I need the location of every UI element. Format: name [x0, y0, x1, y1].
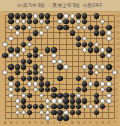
board-cell[interactable] [57, 98, 63, 104]
result-label: 白胜1/4子 [83, 3, 103, 8]
row-label: 4 [116, 99, 118, 103]
white-stone [106, 36, 111, 41]
black-stone [70, 98, 75, 103]
white-stone [51, 98, 56, 103]
white-stone [57, 59, 62, 64]
black-stone [27, 59, 32, 64]
white-stone [21, 47, 26, 52]
row-label: 10 [116, 65, 119, 69]
black-stone [8, 76, 13, 81]
board-cell[interactable] [106, 47, 112, 53]
black-stone [2, 53, 7, 58]
white-stone [82, 47, 87, 52]
black-stone [15, 81, 20, 86]
board-cell[interactable] [51, 98, 57, 104]
row-label: 8 [116, 76, 118, 80]
white-stone [8, 25, 13, 30]
board-cell[interactable] [57, 24, 63, 30]
black-stone [15, 13, 20, 18]
board-cell[interactable] [14, 47, 20, 53]
black-stone [88, 64, 93, 69]
white-stone [39, 64, 44, 69]
black-stone [94, 13, 99, 18]
row-label: 19 [116, 14, 119, 18]
black-stone [63, 25, 68, 30]
black-stone [100, 30, 105, 35]
board-cell[interactable] [8, 24, 14, 30]
white-stone [8, 93, 13, 98]
black-stone [57, 110, 62, 115]
board-cell[interactable] [63, 13, 69, 19]
board-cell[interactable] [51, 47, 57, 53]
board-cell[interactable] [26, 13, 32, 19]
board-cell[interactable] [75, 98, 81, 104]
player-separator: · [48, 3, 50, 8]
board-cell[interactable] [81, 13, 87, 19]
black-stone [63, 19, 68, 24]
board-cell[interactable] [106, 98, 112, 104]
white-stone [82, 25, 87, 30]
row-label: 5 [116, 93, 118, 97]
black-stone [106, 25, 111, 30]
row-label: 13 [116, 48, 119, 52]
black-stone [63, 98, 68, 103]
black-stone [70, 110, 75, 115]
black-stone [70, 30, 75, 35]
white-stone [88, 81, 93, 86]
row-label: 11 [116, 59, 119, 63]
black-stone [45, 13, 50, 18]
black-stone [57, 13, 62, 18]
board-cell[interactable] [106, 24, 112, 30]
black-stone [33, 47, 38, 52]
black-stone [21, 98, 26, 103]
white-stone [63, 13, 68, 18]
black-stone [94, 98, 99, 103]
white-player-label: 白:芮乃伟 9段 [17, 3, 45, 8]
black-stone [15, 25, 20, 30]
black-stone [21, 76, 26, 81]
black-stone [76, 76, 81, 81]
board-cell[interactable] [57, 13, 63, 19]
black-stone [33, 64, 38, 69]
row-label: 7 [116, 82, 118, 86]
board-cell[interactable] [20, 47, 26, 53]
white-stone [70, 13, 75, 18]
board-cell[interactable] [106, 93, 112, 99]
black-stone [57, 76, 62, 81]
black-stone [106, 64, 111, 69]
black-stone [82, 98, 87, 103]
board-cell[interactable] [57, 76, 63, 82]
white-stone [27, 42, 32, 47]
game-info-bar: 白:芮乃伟 9段 · 黑:於之莹 9段 白胜1/4子 [0, 0, 120, 12]
board-cell[interactable] [51, 58, 57, 64]
black-stone [106, 76, 111, 81]
black-stone [76, 110, 81, 115]
black-stone [63, 115, 68, 120]
white-stone [21, 93, 26, 98]
board-cell[interactable] [57, 93, 63, 99]
white-stone [106, 93, 111, 98]
white-stone [100, 47, 105, 52]
black-player-label: 黑:於之莹 9段 [52, 3, 80, 8]
board-cell[interactable] [14, 98, 20, 104]
black-stone [76, 98, 81, 103]
white-stone [15, 110, 20, 115]
white-stone [8, 81, 13, 86]
row-label: 2 [116, 110, 118, 114]
board-cell[interactable] [63, 24, 69, 30]
white-stone [33, 13, 38, 18]
black-stone [39, 13, 44, 18]
board-cell[interactable] [14, 13, 20, 19]
black-stone [82, 42, 87, 47]
black-stone [21, 64, 26, 69]
white-stone [8, 36, 13, 41]
row-labels: 19181716151413121110987654321 [116, 13, 120, 121]
black-stone [21, 59, 26, 64]
row-label: 14 [116, 42, 119, 46]
board-cell[interactable] [51, 93, 57, 99]
white-stone [51, 53, 56, 58]
column-labels: ABCDEFGHJKLMNOPQRST [2, 120, 118, 126]
board-cell[interactable] [69, 13, 75, 19]
white-stone [106, 53, 111, 58]
black-stone [8, 47, 13, 52]
board-cell[interactable] [106, 30, 112, 36]
row-label: 6 [116, 88, 118, 92]
row-label: 18 [116, 20, 119, 24]
white-stone [57, 98, 62, 103]
board-cell[interactable] [8, 81, 14, 87]
board-cell[interactable] [106, 64, 112, 70]
black-stone [33, 30, 38, 35]
board-cell[interactable] [8, 13, 14, 19]
white-stone [82, 64, 87, 69]
black-stone [94, 81, 99, 86]
black-stone [57, 115, 62, 120]
board-cell[interactable] [14, 64, 20, 70]
board-cell[interactable] [75, 13, 81, 19]
black-stone [106, 87, 111, 92]
black-stone [82, 81, 87, 86]
black-stone [51, 47, 56, 52]
white-stone [63, 110, 68, 115]
white-stone [51, 59, 56, 64]
black-stone [88, 25, 93, 30]
white-stone [82, 76, 87, 81]
black-stone [51, 110, 56, 115]
white-stone [39, 30, 44, 35]
board-cell[interactable] [8, 64, 14, 70]
white-stone [76, 93, 81, 98]
white-stone [106, 30, 111, 35]
black-stone [63, 93, 68, 98]
white-stone [106, 81, 111, 86]
white-stone [2, 42, 7, 47]
black-stone [76, 42, 81, 47]
board-cell[interactable] [106, 81, 112, 87]
row-label: 9 [116, 71, 118, 75]
board-cell[interactable] [63, 98, 69, 104]
board-cell[interactable] [14, 30, 20, 36]
board-cell[interactable] [63, 115, 69, 121]
black-stone [8, 64, 13, 69]
black-stone [8, 19, 13, 24]
board-cell[interactable] [57, 115, 63, 121]
row-label: 17 [116, 25, 119, 29]
white-stone [27, 25, 32, 30]
white-stone [106, 98, 111, 103]
black-stone [15, 64, 20, 69]
board-cell[interactable] [57, 64, 63, 70]
board-cell[interactable] [14, 81, 20, 87]
black-stone [21, 42, 26, 47]
board-cell[interactable] [69, 98, 75, 104]
white-stone [27, 81, 32, 86]
black-stone [15, 47, 20, 52]
white-stone [15, 98, 20, 103]
board-cell[interactable] [106, 76, 112, 82]
board-cell[interactable] [69, 30, 75, 36]
black-stone [27, 13, 32, 18]
black-stone [76, 13, 81, 18]
star-point [59, 32, 61, 34]
white-stone [33, 81, 38, 86]
black-stone [57, 64, 62, 69]
board-cell[interactable] [2, 41, 8, 47]
black-stone [8, 13, 13, 18]
row-label: 1 [116, 116, 118, 120]
black-stone [94, 30, 99, 35]
black-stone [57, 25, 62, 30]
board-cell[interactable] [8, 47, 14, 53]
white-stone [15, 30, 20, 35]
black-stone [70, 19, 75, 24]
black-stone [88, 47, 93, 52]
go-app-window: 白:芮乃伟 9段 · 黑:於之莹 9段 白胜1/4子 ABCDEFGHJKLMN… [0, 0, 120, 126]
black-stone [51, 93, 56, 98]
black-stone [94, 47, 99, 52]
black-stone [82, 13, 87, 18]
board-cell[interactable] [20, 64, 26, 70]
row-label: 3 [116, 105, 118, 109]
go-board[interactable] [2, 13, 118, 121]
board-cell[interactable] [63, 64, 69, 70]
row-label: 15 [116, 37, 119, 41]
white-stone [57, 19, 62, 24]
star-point [23, 32, 25, 34]
white-stone [76, 25, 81, 30]
white-stone [2, 70, 7, 75]
black-stone [21, 13, 26, 18]
board-cell[interactable] [57, 58, 63, 64]
black-stone [21, 25, 26, 30]
black-stone [70, 93, 75, 98]
black-stone [51, 87, 56, 92]
board-cell[interactable] [51, 110, 57, 116]
row-label: 12 [116, 54, 119, 58]
row-label: 16 [116, 31, 119, 35]
white-stone [63, 64, 68, 69]
board-cell[interactable] [81, 47, 87, 53]
black-stone [57, 93, 62, 98]
black-stone [106, 47, 111, 52]
board-cell[interactable] [20, 13, 26, 19]
white-stone [94, 64, 99, 69]
